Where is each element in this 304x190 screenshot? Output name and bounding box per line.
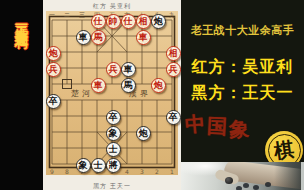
file-label: 二 bbox=[61, 12, 73, 18]
river-text-left: 楚河 bbox=[71, 89, 93, 98]
piece-red-相[interactable]: 相 bbox=[166, 46, 181, 61]
brand-char-zhong: 中 bbox=[184, 113, 206, 135]
video-thumbnail: 王天一擂台赛之吴亚利 红方 吴亚利 楚河 漢界 一二三四五六七八九9876543… bbox=[0, 0, 304, 190]
file-label: 9 bbox=[46, 169, 58, 175]
left-title-bar: 王天一擂台赛之吴亚利 bbox=[0, 0, 43, 190]
piece-black-卒[interactable]: 卒 bbox=[166, 110, 181, 125]
file-label: 4 bbox=[121, 169, 133, 175]
hand-photo bbox=[181, 162, 304, 190]
piece-red-相[interactable]: 相 bbox=[136, 14, 151, 29]
piece-black-車[interactable]: 車 bbox=[121, 62, 136, 77]
piece-black-將[interactable]: 將 bbox=[106, 158, 121, 173]
piece-black-卒[interactable]: 卒 bbox=[46, 94, 61, 109]
left-vertical-title: 王天一擂台赛之吴亚利 bbox=[15, 15, 28, 25]
piece-black-卒[interactable]: 卒 bbox=[106, 110, 121, 125]
file-label: 2 bbox=[151, 169, 163, 175]
piece-black-車[interactable]: 車 bbox=[76, 30, 91, 45]
file-label: 1 bbox=[166, 169, 178, 175]
photo-stone bbox=[236, 186, 242, 190]
photo-stone bbox=[265, 182, 271, 187]
file-label: 三 bbox=[76, 12, 88, 18]
piece-red-帥[interactable]: 帥 bbox=[106, 14, 121, 29]
black-player-line: 黑方：王天一 bbox=[181, 83, 304, 104]
piece-black-士[interactable]: 士 bbox=[106, 142, 121, 157]
piece-red-車[interactable]: 車 bbox=[136, 30, 151, 45]
piece-red-仕[interactable]: 仕 bbox=[91, 14, 106, 29]
photo-stone bbox=[253, 185, 259, 190]
piece-red-兵[interactable]: 兵 bbox=[46, 62, 61, 77]
photo-shadow bbox=[274, 162, 304, 190]
red-player-line: 红方：吴亚利 bbox=[181, 57, 304, 78]
piece-black-炮[interactable]: 炮 bbox=[136, 126, 151, 141]
file-label: 3 bbox=[136, 169, 148, 175]
photo-stone bbox=[243, 183, 249, 188]
piece-red-兵[interactable]: 兵 bbox=[106, 62, 121, 77]
black-side-caption: 黑方 王天一 bbox=[43, 182, 181, 189]
file-label: 8 bbox=[61, 169, 73, 175]
series-heading: 老王战十大业余高手 bbox=[181, 23, 304, 38]
piece-black-士[interactable]: 士 bbox=[91, 158, 106, 173]
piece-red-兵[interactable]: 兵 bbox=[166, 62, 181, 77]
file-label: 一 bbox=[46, 12, 58, 18]
piece-red-車[interactable]: 車 bbox=[91, 78, 106, 93]
piece-black-馬[interactable]: 馬 bbox=[121, 78, 136, 93]
piece-black-象[interactable]: 象 bbox=[76, 158, 91, 173]
info-panel: 老王战十大业余高手 红方：吴亚利 黑方：王天一 中 国 象 棋 bbox=[181, 0, 304, 190]
brand-char-xiang: 象 bbox=[228, 118, 249, 139]
photo-held-piece bbox=[225, 177, 233, 184]
board-column: 红方 吴亚利 楚河 漢界 一二三四五六七八九987654321 仕帥仕相炮車馬車… bbox=[43, 0, 181, 190]
brand-char-guo: 国 bbox=[206, 115, 227, 136]
file-label: 九 bbox=[166, 12, 178, 18]
piece-black-炮[interactable]: 炮 bbox=[151, 14, 166, 29]
photo-right-edge bbox=[301, 162, 304, 190]
piece-black-象[interactable]: 象 bbox=[106, 126, 121, 141]
piece-red-馬[interactable]: 馬 bbox=[91, 30, 106, 45]
piece-red-仕[interactable]: 仕 bbox=[121, 14, 136, 29]
piece-red-炮[interactable]: 炮 bbox=[46, 46, 61, 61]
piece-red-炮[interactable]: 炮 bbox=[151, 78, 166, 93]
